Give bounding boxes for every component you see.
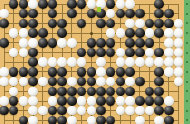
black-stone[interactable]: [28, 77, 38, 87]
white-stone[interactable]: [87, 96, 97, 106]
white-stone[interactable]: [164, 38, 174, 48]
black-stone[interactable]: [9, 106, 19, 116]
black-stone[interactable]: [87, 9, 97, 19]
white-stone[interactable]: [106, 77, 116, 87]
black-stone[interactable]: [77, 0, 87, 9]
white-stone[interactable]: [145, 48, 155, 58]
white-stone[interactable]: [19, 77, 29, 87]
white-stone[interactable]: [28, 96, 38, 106]
white-stone[interactable]: [164, 48, 174, 58]
black-stone[interactable]: [77, 77, 87, 87]
black-stone[interactable]: [145, 38, 155, 48]
black-stone[interactable]: [57, 67, 67, 77]
black-stone[interactable]: [164, 9, 174, 19]
black-stone[interactable]: [9, 67, 19, 77]
black-stone[interactable]: [19, 9, 29, 19]
black-stone[interactable]: [106, 67, 116, 77]
white-stone[interactable]: [154, 116, 164, 124]
white-stone[interactable]: [9, 87, 19, 97]
coordinate-tick: [186, 71, 188, 73]
black-stone[interactable]: [154, 19, 164, 29]
black-stone[interactable]: [48, 106, 58, 116]
white-stone[interactable]: [135, 57, 145, 67]
black-stone[interactable]: [28, 19, 38, 29]
white-stone[interactable]: [57, 57, 67, 67]
coordinate-tick: [186, 61, 188, 63]
white-stone[interactable]: [28, 0, 38, 9]
white-stone[interactable]: [96, 77, 106, 87]
black-stone[interactable]: [48, 116, 58, 124]
white-stone[interactable]: [87, 106, 97, 116]
white-stone[interactable]: [106, 28, 116, 38]
black-stone[interactable]: [135, 28, 145, 38]
white-stone[interactable]: [145, 57, 155, 67]
white-stone[interactable]: [164, 96, 174, 106]
black-stone[interactable]: [125, 38, 135, 48]
white-stone[interactable]: [174, 19, 184, 29]
black-stone[interactable]: [48, 77, 58, 87]
black-stone[interactable]: [106, 0, 116, 9]
white-stone[interactable]: [67, 57, 77, 67]
coordinate-tick: [186, 81, 188, 83]
black-stone[interactable]: [145, 19, 155, 29]
black-stone[interactable]: [154, 77, 164, 87]
black-stone[interactable]: [96, 106, 106, 116]
black-stone[interactable]: [77, 19, 87, 29]
black-stone[interactable]: [125, 48, 135, 58]
black-stone[interactable]: [57, 77, 67, 87]
black-stone[interactable]: [164, 116, 174, 124]
white-stone[interactable]: [96, 57, 106, 67]
white-stone[interactable]: [125, 0, 135, 9]
white-stone[interactable]: [164, 28, 174, 38]
white-stone[interactable]: [145, 106, 155, 116]
white-stone[interactable]: [164, 67, 174, 77]
white-stone[interactable]: [125, 57, 135, 67]
black-stone[interactable]: [57, 96, 67, 106]
black-stone[interactable]: [154, 0, 164, 9]
black-stone[interactable]: [48, 67, 58, 77]
coordinate-tick: [186, 119, 188, 121]
white-stone[interactable]: [67, 116, 77, 124]
black-stone[interactable]: [87, 38, 97, 48]
white-stone[interactable]: [9, 77, 19, 87]
white-stone[interactable]: [125, 19, 135, 29]
coordinate-tick: [186, 32, 188, 34]
black-stone[interactable]: [77, 87, 87, 97]
black-stone[interactable]: [38, 0, 48, 9]
black-stone[interactable]: [106, 38, 116, 48]
white-stone[interactable]: [77, 57, 87, 67]
black-stone[interactable]: [106, 19, 116, 29]
black-stone[interactable]: [125, 87, 135, 97]
white-stone[interactable]: [19, 38, 29, 48]
black-stone[interactable]: [67, 9, 77, 19]
black-stone[interactable]: [116, 67, 126, 77]
black-stone[interactable]: [28, 48, 38, 58]
white-stone[interactable]: [0, 96, 9, 106]
white-stone[interactable]: [116, 106, 126, 116]
white-stone[interactable]: [145, 28, 155, 38]
black-stone[interactable]: [9, 96, 19, 106]
white-stone[interactable]: [9, 28, 19, 38]
white-stone[interactable]: [125, 77, 135, 87]
black-stone[interactable]: [67, 87, 77, 97]
coordinate-tick: [186, 3, 188, 5]
coordinate-tick: [186, 22, 188, 24]
white-stone[interactable]: [48, 96, 58, 106]
black-stone[interactable]: [9, 0, 19, 9]
black-stone[interactable]: [28, 57, 38, 67]
white-stone[interactable]: [0, 9, 9, 19]
white-stone[interactable]: [125, 96, 135, 106]
white-stone[interactable]: [9, 48, 19, 58]
black-stone[interactable]: [0, 106, 9, 116]
black-stone[interactable]: [135, 77, 145, 87]
black-stone[interactable]: [19, 0, 29, 9]
white-stone[interactable]: [38, 77, 48, 87]
go-board[interactable]: [0, 0, 190, 124]
white-stone[interactable]: [116, 96, 126, 106]
black-stone[interactable]: [154, 28, 164, 38]
white-stone[interactable]: [38, 106, 48, 116]
black-stone[interactable]: [77, 67, 87, 77]
white-stone[interactable]: [174, 48, 184, 58]
hoshi-point: [90, 32, 93, 35]
white-stone[interactable]: [116, 28, 126, 38]
white-stone[interactable]: [28, 38, 38, 48]
white-stone[interactable]: [77, 96, 87, 106]
black-stone[interactable]: [57, 116, 67, 124]
black-stone[interactable]: [19, 19, 29, 29]
white-stone[interactable]: [116, 48, 126, 58]
white-stone[interactable]: [0, 67, 9, 77]
black-stone[interactable]: [38, 38, 48, 48]
white-stone[interactable]: [174, 67, 184, 77]
white-stone[interactable]: [87, 0, 97, 9]
white-stone[interactable]: [19, 48, 29, 58]
black-stone[interactable]: [48, 9, 58, 19]
coordinate-tick: [186, 110, 188, 112]
black-stone[interactable]: [116, 77, 126, 87]
white-stone[interactable]: [28, 116, 38, 124]
white-stone[interactable]: [67, 38, 77, 48]
white-stone[interactable]: [125, 106, 135, 116]
coordinate-tick: [186, 52, 188, 54]
white-stone[interactable]: [116, 0, 126, 9]
black-stone[interactable]: [96, 38, 106, 48]
black-stone[interactable]: [67, 0, 77, 9]
black-stone[interactable]: [87, 67, 97, 77]
black-stone[interactable]: [164, 19, 174, 29]
white-stone[interactable]: [96, 67, 106, 77]
black-stone[interactable]: [87, 87, 97, 97]
black-stone[interactable]: [0, 19, 9, 29]
black-stone[interactable]: [48, 87, 58, 97]
black-stone[interactable]: [96, 87, 106, 97]
black-stone[interactable]: [145, 87, 155, 97]
white-stone[interactable]: [174, 57, 184, 67]
black-stone[interactable]: [28, 9, 38, 19]
white-stone[interactable]: [174, 77, 184, 87]
white-stone[interactable]: [106, 9, 116, 19]
black-stone[interactable]: [57, 106, 67, 116]
black-stone[interactable]: [106, 96, 116, 106]
black-stone[interactable]: [96, 116, 106, 124]
white-stone[interactable]: [135, 19, 145, 29]
black-stone[interactable]: [19, 116, 29, 124]
black-stone[interactable]: [164, 106, 174, 116]
black-stone[interactable]: [77, 48, 87, 58]
black-stone[interactable]: [28, 67, 38, 77]
black-stone[interactable]: [154, 9, 164, 19]
black-stone[interactable]: [96, 48, 106, 58]
white-stone[interactable]: [87, 116, 97, 124]
white-stone[interactable]: [174, 38, 184, 48]
white-stone[interactable]: [116, 57, 126, 67]
white-stone[interactable]: [135, 116, 145, 124]
black-stone[interactable]: [135, 38, 145, 48]
black-stone[interactable]: [154, 96, 164, 106]
white-stone[interactable]: [164, 57, 174, 67]
black-stone[interactable]: [135, 48, 145, 58]
white-stone[interactable]: [67, 77, 77, 87]
black-stone[interactable]: [106, 116, 116, 124]
white-stone[interactable]: [19, 96, 29, 106]
black-stone[interactable]: [106, 87, 116, 97]
white-stone[interactable]: [67, 106, 77, 116]
white-stone[interactable]: [0, 77, 9, 87]
coordinate-tick: [186, 13, 188, 15]
black-stone[interactable]: [135, 9, 145, 19]
black-stone[interactable]: [57, 19, 67, 29]
black-stone[interactable]: [125, 67, 135, 77]
black-stone[interactable]: [154, 48, 164, 58]
black-stone[interactable]: [28, 28, 38, 38]
black-stone[interactable]: [125, 9, 135, 19]
black-stone[interactable]: [48, 38, 58, 48]
white-stone[interactable]: [154, 57, 164, 67]
white-stone[interactable]: [135, 106, 145, 116]
white-stone[interactable]: [28, 87, 38, 97]
black-stone[interactable]: [154, 87, 164, 97]
black-stone[interactable]: [48, 19, 58, 29]
black-stone[interactable]: [19, 67, 29, 77]
black-stone[interactable]: [96, 19, 106, 29]
black-stone[interactable]: [48, 0, 58, 9]
white-stone[interactable]: [19, 28, 29, 38]
black-stone[interactable]: [0, 38, 9, 48]
last-move-marker: [97, 7, 102, 12]
white-stone[interactable]: [48, 57, 58, 67]
black-stone[interactable]: [57, 28, 67, 38]
black-stone[interactable]: [116, 9, 126, 19]
coordinate-tick: [186, 42, 188, 44]
black-stone[interactable]: [145, 96, 155, 106]
black-stone[interactable]: [57, 87, 67, 97]
black-stone[interactable]: [154, 106, 164, 116]
right-green-bar: [184, 0, 190, 124]
black-stone[interactable]: [96, 96, 106, 106]
white-stone[interactable]: [77, 106, 87, 116]
black-stone[interactable]: [87, 77, 97, 87]
go-app-screenshot: [0, 0, 190, 124]
black-stone[interactable]: [135, 96, 145, 106]
black-stone[interactable]: [154, 67, 164, 77]
coordinate-tick: [186, 90, 188, 92]
black-stone[interactable]: [87, 48, 97, 58]
white-stone[interactable]: [174, 28, 184, 38]
black-stone[interactable]: [125, 28, 135, 38]
white-stone[interactable]: [38, 57, 48, 67]
black-stone[interactable]: [67, 96, 77, 106]
black-stone[interactable]: [106, 48, 116, 58]
black-stone[interactable]: [38, 28, 48, 38]
black-stone[interactable]: [116, 87, 126, 97]
white-stone[interactable]: [28, 106, 38, 116]
coordinate-tick: [186, 100, 188, 102]
white-stone[interactable]: [57, 38, 67, 48]
